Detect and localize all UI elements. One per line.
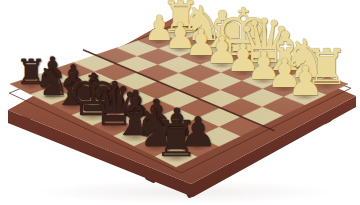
piece-white-pawn-a2[interactable]: ♟ — [287, 61, 323, 102]
chess-set-photo: ♜♟♞♝♟♚♟♛♟♝♟♟♞♟♜♜♟♟♞♟♟♝♟♚♟♛♟♝♟♞♟♜ — [0, 0, 360, 205]
piece-black-rook-a8[interactable]: ♜ — [154, 114, 198, 163]
